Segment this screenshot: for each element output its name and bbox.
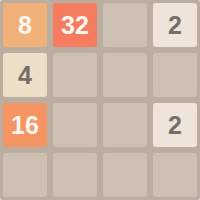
tile-2: 2	[153, 103, 197, 147]
empty-cell	[153, 153, 197, 197]
empty-cell	[53, 53, 97, 97]
empty-cell	[103, 53, 147, 97]
empty-cell	[103, 103, 147, 147]
tile-4: 4	[3, 53, 47, 97]
empty-cell	[103, 3, 147, 47]
empty-cell	[53, 153, 97, 197]
tile-32: 32	[53, 3, 97, 47]
tile-2: 2	[153, 3, 197, 47]
empty-cell	[103, 153, 147, 197]
empty-cell	[153, 53, 197, 97]
empty-cell	[53, 103, 97, 147]
empty-cell	[3, 153, 47, 197]
2048-board[interactable]: 83224162	[0, 0, 200, 200]
tile-8: 8	[3, 3, 47, 47]
tile-16: 16	[3, 103, 47, 147]
